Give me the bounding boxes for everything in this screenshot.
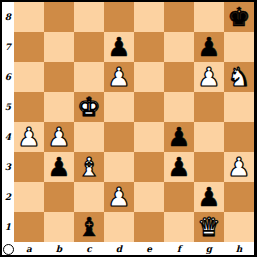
square-h6[interactable]: ♞ [224, 62, 254, 92]
white-king[interactable]: ♚ [77, 92, 100, 122]
rank-label-7: 7 [2, 32, 14, 62]
square-g7[interactable]: ♟ [194, 32, 224, 62]
diagram-inner: 87654321 ♚♟♟♟♟♞♚♟♟♟♟♝♟♟♟♟♝♛ abcdefgh [2, 2, 254, 255]
square-g6[interactable]: ♟ [194, 62, 224, 92]
square-d2[interactable]: ♟ [104, 182, 134, 212]
square-h5[interactable] [224, 92, 254, 122]
file-label-a: a [14, 243, 44, 255]
square-c2[interactable] [74, 182, 104, 212]
square-a5[interactable] [14, 92, 44, 122]
black-bishop[interactable]: ♝ [77, 212, 100, 242]
square-a3[interactable] [14, 152, 44, 182]
square-h4[interactable] [224, 122, 254, 152]
square-h3[interactable]: ♟ [224, 152, 254, 182]
square-f3[interactable]: ♟ [164, 152, 194, 182]
square-a1[interactable] [14, 212, 44, 242]
rank-label-6: 6 [2, 62, 14, 92]
square-d4[interactable] [104, 122, 134, 152]
square-e4[interactable] [134, 122, 164, 152]
square-h2[interactable] [224, 182, 254, 212]
square-c8[interactable] [74, 2, 104, 32]
square-d3[interactable] [104, 152, 134, 182]
square-e5[interactable] [134, 92, 164, 122]
file-label-g: g [194, 243, 224, 255]
rank-labels: 87654321 [2, 2, 14, 242]
square-g1[interactable]: ♛ [194, 212, 224, 242]
square-c5[interactable]: ♚ [74, 92, 104, 122]
white-pawn[interactable]: ♟ [47, 122, 70, 152]
square-f1[interactable] [164, 212, 194, 242]
square-f6[interactable] [164, 62, 194, 92]
square-a6[interactable] [14, 62, 44, 92]
square-g4[interactable] [194, 122, 224, 152]
black-pawn[interactable]: ♟ [197, 182, 220, 212]
square-f4[interactable]: ♟ [164, 122, 194, 152]
square-h1[interactable] [224, 212, 254, 242]
white-pawn[interactable]: ♟ [197, 62, 220, 92]
square-d8[interactable] [104, 2, 134, 32]
square-f8[interactable] [164, 2, 194, 32]
square-b4[interactable]: ♟ [44, 122, 74, 152]
square-b5[interactable] [44, 92, 74, 122]
rank-label-4: 4 [2, 122, 14, 152]
square-e2[interactable] [134, 182, 164, 212]
square-e1[interactable] [134, 212, 164, 242]
square-a8[interactable] [14, 2, 44, 32]
rank-label-3: 3 [2, 152, 14, 182]
square-e6[interactable] [134, 62, 164, 92]
square-d1[interactable] [104, 212, 134, 242]
white-pawn[interactable]: ♟ [107, 182, 130, 212]
white-to-move-indicator [3, 244, 14, 255]
rank-label-1: 1 [2, 212, 14, 242]
file-labels: abcdefgh [14, 243, 254, 255]
square-g3[interactable] [194, 152, 224, 182]
square-g2[interactable]: ♟ [194, 182, 224, 212]
white-bishop[interactable]: ♝ [77, 152, 100, 182]
square-g8[interactable] [194, 2, 224, 32]
black-king[interactable]: ♚ [227, 2, 250, 32]
square-a4[interactable]: ♟ [14, 122, 44, 152]
square-b7[interactable] [44, 32, 74, 62]
file-label-h: h [224, 243, 254, 255]
square-h7[interactable] [224, 32, 254, 62]
square-h8[interactable]: ♚ [224, 2, 254, 32]
white-pawn[interactable]: ♟ [107, 62, 130, 92]
square-c7[interactable] [74, 32, 104, 62]
square-f2[interactable] [164, 182, 194, 212]
file-label-e: e [134, 243, 164, 255]
black-pawn[interactable]: ♟ [197, 32, 220, 62]
white-knight[interactable]: ♞ [227, 62, 250, 92]
square-c1[interactable]: ♝ [74, 212, 104, 242]
square-d7[interactable]: ♟ [104, 32, 134, 62]
square-e3[interactable] [134, 152, 164, 182]
black-pawn[interactable]: ♟ [107, 32, 130, 62]
file-label-c: c [74, 243, 104, 255]
file-label-b: b [44, 243, 74, 255]
square-e8[interactable] [134, 2, 164, 32]
square-g5[interactable] [194, 92, 224, 122]
white-pawn[interactable]: ♟ [17, 122, 40, 152]
square-f5[interactable] [164, 92, 194, 122]
rank-label-8: 8 [2, 2, 14, 32]
black-pawn[interactable]: ♟ [167, 122, 190, 152]
square-b1[interactable] [44, 212, 74, 242]
square-d6[interactable]: ♟ [104, 62, 134, 92]
rank-label-5: 5 [2, 92, 14, 122]
white-pawn[interactable]: ♟ [227, 152, 250, 182]
square-b3[interactable]: ♟ [44, 152, 74, 182]
square-e7[interactable] [134, 32, 164, 62]
square-c3[interactable]: ♝ [74, 152, 104, 182]
white-queen[interactable]: ♛ [197, 212, 220, 242]
square-c4[interactable] [74, 122, 104, 152]
file-label-d: d [104, 243, 134, 255]
black-pawn[interactable]: ♟ [47, 152, 70, 182]
square-f7[interactable] [164, 32, 194, 62]
black-pawn[interactable]: ♟ [167, 152, 190, 182]
square-c6[interactable] [74, 62, 104, 92]
square-b8[interactable] [44, 2, 74, 32]
square-a7[interactable] [14, 32, 44, 62]
diagram-frame: 87654321 ♚♟♟♟♟♞♚♟♟♟♟♝♟♟♟♟♝♛ abcdefgh [0, 0, 257, 257]
rank-label-2: 2 [2, 182, 14, 212]
square-b6[interactable] [44, 62, 74, 92]
square-d5[interactable] [104, 92, 134, 122]
file-label-f: f [164, 243, 194, 255]
board: ♚♟♟♟♟♞♚♟♟♟♟♝♟♟♟♟♝♛ [14, 2, 254, 242]
square-a2[interactable] [14, 182, 44, 212]
square-b2[interactable] [44, 182, 74, 212]
